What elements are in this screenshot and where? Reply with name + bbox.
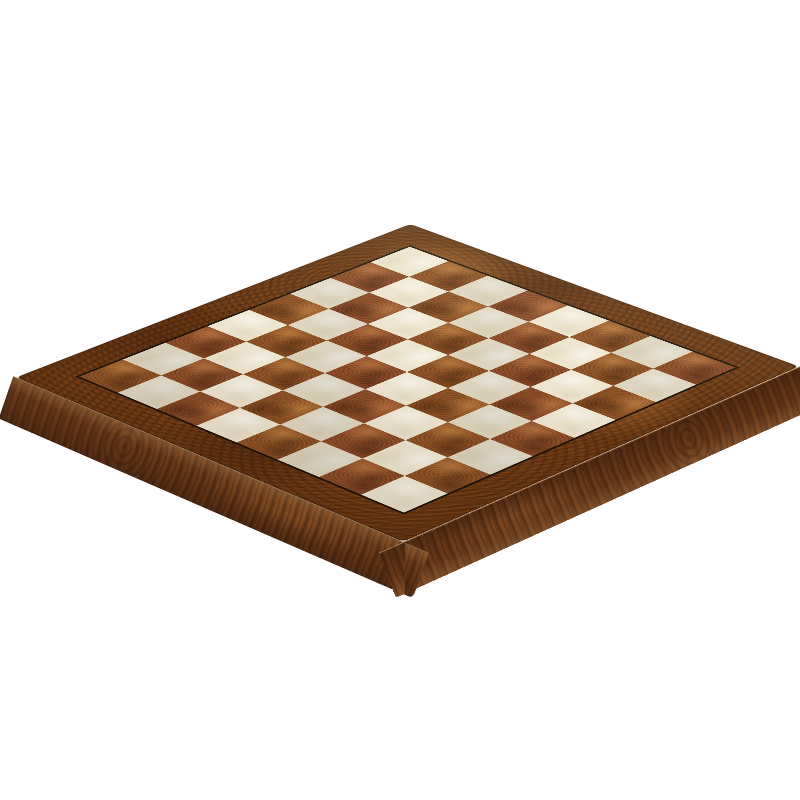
- square-g3: [405, 422, 489, 457]
- square-f1: [278, 441, 363, 477]
- square-h5: [532, 403, 616, 438]
- square-f2: [321, 423, 405, 458]
- square-h2: [405, 457, 491, 493]
- product-photo-background: [0, 0, 800, 800]
- square-h3: [448, 439, 533, 475]
- square-f4: [406, 388, 489, 422]
- chessboard: [16, 224, 799, 542]
- square-g6: [531, 370, 614, 404]
- square-f3: [364, 406, 448, 441]
- square-e1: [237, 425, 321, 460]
- square-g2: [363, 440, 448, 476]
- square-e4: [365, 372, 448, 406]
- square-d3: [283, 373, 366, 407]
- square-c1: [157, 392, 240, 426]
- square-h7: [613, 369, 696, 403]
- square-h6: [573, 386, 656, 420]
- square-e2: [280, 407, 364, 442]
- square-c2: [200, 374, 283, 408]
- square-d2: [240, 390, 323, 424]
- square-g1: [319, 458, 405, 494]
- square-g5: [489, 387, 572, 421]
- square-h4: [490, 421, 575, 456]
- square-b1: [118, 375, 200, 409]
- square-e3: [323, 389, 406, 423]
- square-d1: [196, 408, 280, 443]
- square-f5: [448, 371, 531, 405]
- board-frame: [16, 224, 799, 542]
- square-g4: [448, 404, 532, 439]
- square-h1: [361, 476, 447, 513]
